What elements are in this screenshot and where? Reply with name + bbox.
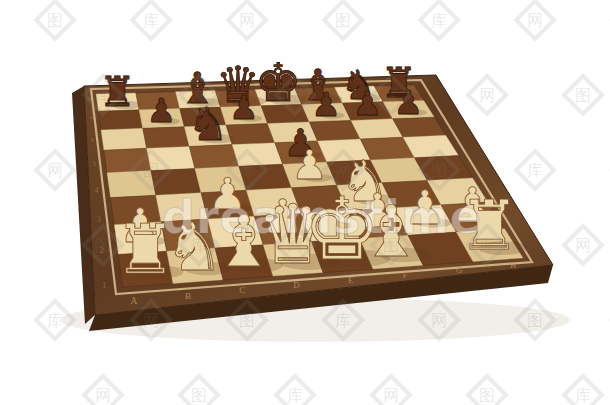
- watermark-char: 库: [143, 11, 159, 30]
- rank-label-6: 6: [91, 136, 94, 143]
- watermark-char: 库: [287, 386, 303, 405]
- watermark-char: 图: [335, 11, 351, 30]
- watermark-char: 网: [95, 386, 111, 405]
- rank-label-4: 4: [95, 187, 99, 195]
- watermark-char: 网: [575, 236, 591, 255]
- watermark-char: 图: [575, 86, 591, 105]
- chess-board-photo: ABCDEFGH12345678 ♜♝♛♚♝♞♜♟♟♟♟♟♞♟♟♟♞♟♟♟♟♟♜…: [0, 0, 610, 405]
- watermark-char: 网: [239, 11, 255, 30]
- watermark-char: 网: [47, 161, 63, 180]
- watermark-char: 图: [527, 311, 543, 330]
- watermark-char: 网: [479, 86, 495, 105]
- watermark-char: 库: [431, 11, 447, 30]
- watermark-char: 图: [47, 11, 63, 30]
- watermark-char: 图: [479, 386, 495, 405]
- rank-label-7: 7: [89, 116, 92, 122]
- watermark-char: 网: [431, 311, 447, 330]
- watermark-char: 图: [191, 386, 207, 405]
- watermark-char: 库: [335, 311, 351, 330]
- piece-black-p-f7: ♟: [311, 85, 341, 124]
- piece-black-p-b7: ♟: [147, 91, 177, 130]
- file-label-A: A: [130, 296, 137, 306]
- watermark-char: 图: [431, 161, 447, 180]
- piece-black-p-d7: ♟: [229, 88, 259, 127]
- watermark-char: 网: [143, 311, 159, 330]
- rank-label-1: 1: [102, 280, 106, 290]
- watermark-char: 网: [191, 86, 207, 105]
- file-label-C: C: [239, 285, 245, 295]
- file-label-G: G: [456, 266, 462, 275]
- watermark-char: 网: [527, 11, 543, 30]
- rank-label-3: 3: [97, 215, 101, 224]
- watermark-char: 网: [335, 161, 351, 180]
- watermark-char: 图: [143, 161, 159, 180]
- watermark-char: 图: [287, 86, 303, 105]
- watermark-char: 库: [95, 86, 111, 105]
- watermark-char: 图: [95, 236, 111, 255]
- square-a6: [101, 128, 147, 150]
- watermark-char: 库: [47, 311, 63, 330]
- photo-canvas: ABCDEFGH12345678 ♜♝♛♚♝♞♜♟♟♟♟♟♞♟♟♟♞♟♟♟♟♟♜…: [0, 0, 610, 405]
- watermark-char: 网: [383, 386, 399, 405]
- watermark-char: 库: [239, 161, 255, 180]
- watermark-brand: dreamstime: [162, 190, 482, 244]
- watermark-char: 库: [575, 386, 591, 405]
- watermark-char: 图: [239, 311, 255, 330]
- watermark-char: 库: [383, 86, 399, 105]
- watermark-char: 库: [527, 161, 543, 180]
- file-label-B: B: [185, 291, 191, 301]
